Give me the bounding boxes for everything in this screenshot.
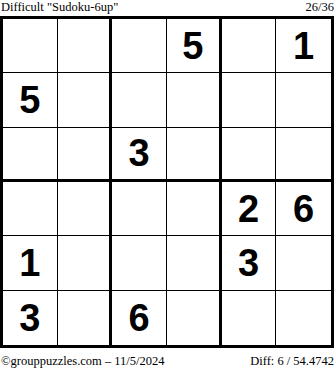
given-digit: 3 xyxy=(238,244,259,282)
cell-r1c4[interactable]: 5 xyxy=(167,19,222,73)
cell-r4c2[interactable] xyxy=(58,182,113,236)
cell-r6c5[interactable] xyxy=(222,291,277,345)
cell-r4c4[interactable] xyxy=(167,182,222,236)
cell-r6c3[interactable]: 6 xyxy=(112,291,167,345)
copyright-text: ©grouppuzzles.com – 11/5/2024 xyxy=(1,354,165,368)
cell-r4c1[interactable] xyxy=(3,182,58,236)
cell-r2c1[interactable]: 5 xyxy=(3,73,58,127)
cell-r5c3[interactable] xyxy=(112,236,167,290)
cell-r6c6[interactable] xyxy=(276,291,331,345)
cell-r5c5[interactable]: 3 xyxy=(222,236,277,290)
cell-r3c3[interactable]: 3 xyxy=(112,128,167,182)
cell-r1c5[interactable] xyxy=(222,19,277,73)
given-digit: 6 xyxy=(293,190,314,228)
given-digit: 6 xyxy=(129,299,150,337)
given-digit: 5 xyxy=(19,81,40,119)
cell-r6c4[interactable] xyxy=(167,291,222,345)
cell-r1c3[interactable] xyxy=(112,19,167,73)
cell-r6c1[interactable]: 3 xyxy=(3,291,58,345)
cell-r5c4[interactable] xyxy=(167,236,222,290)
cell-r3c5[interactable] xyxy=(222,128,277,182)
puzzle-title: Difficult "Sudoku-6up" xyxy=(1,0,118,14)
puzzle-counter: 26/36 xyxy=(306,0,334,14)
footer: ©grouppuzzles.com – 11/5/2024 Diff: 6 / … xyxy=(1,352,334,368)
cell-r5c6[interactable] xyxy=(276,236,331,290)
cell-r2c4[interactable] xyxy=(167,73,222,127)
cell-r2c5[interactable] xyxy=(222,73,277,127)
sudoku-board: 5153261336 xyxy=(0,16,334,348)
cell-r3c4[interactable] xyxy=(167,128,222,182)
cell-r5c2[interactable] xyxy=(58,236,113,290)
cell-r3c2[interactable] xyxy=(58,128,113,182)
cell-r5c1[interactable]: 1 xyxy=(3,236,58,290)
cell-r2c3[interactable] xyxy=(112,73,167,127)
cell-r1c1[interactable] xyxy=(3,19,58,73)
cell-r1c2[interactable] xyxy=(58,19,113,73)
given-digit: 3 xyxy=(129,134,150,172)
given-digit: 3 xyxy=(19,299,40,337)
puzzle-page: Difficult "Sudoku-6up" 26/36 5153261336 … xyxy=(0,0,336,370)
given-digit: 1 xyxy=(19,244,40,282)
cell-r4c3[interactable] xyxy=(112,182,167,236)
cell-r3c6[interactable] xyxy=(276,128,331,182)
cell-r2c2[interactable] xyxy=(58,73,113,127)
cell-r2c6[interactable] xyxy=(276,73,331,127)
cell-r4c5[interactable]: 2 xyxy=(222,182,277,236)
difficulty-text: Diff: 6 / 54.4742 xyxy=(250,354,334,368)
given-digit: 2 xyxy=(238,190,259,228)
given-digit: 5 xyxy=(182,27,203,65)
header: Difficult "Sudoku-6up" 26/36 xyxy=(1,0,334,15)
cell-r6c2[interactable] xyxy=(58,291,113,345)
cell-r1c6[interactable]: 1 xyxy=(276,19,331,73)
cell-r4c6[interactable]: 6 xyxy=(276,182,331,236)
given-digit: 1 xyxy=(293,27,314,65)
cell-r3c1[interactable] xyxy=(3,128,58,182)
